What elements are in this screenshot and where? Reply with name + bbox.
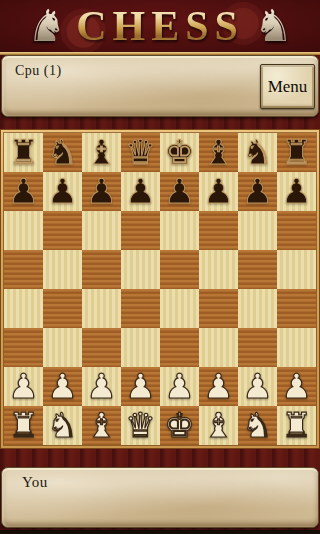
bottom-curtain-background: You (0, 449, 320, 530)
square-h1[interactable]: ♜ (277, 406, 316, 445)
square-d1[interactable]: ♛ (121, 406, 160, 445)
square-f8[interactable]: ♝ (199, 133, 238, 172)
knight-icon-right: ♞ (254, 0, 293, 52)
square-c1[interactable]: ♝ (82, 406, 121, 445)
square-b7[interactable]: ♟ (43, 172, 82, 211)
black-bishop[interactable]: ♝ (86, 133, 116, 172)
chess-board-frame: ♜♞♝♛♚♝♞♜♟♟♟♟♟♟♟♟♟♟♟♟♟♟♟♟♜♞♝♛♚♝♞♜ (0, 129, 320, 449)
square-c7[interactable]: ♟ (82, 172, 121, 211)
opponent-status-bar: Cpu (1) Menu (1, 55, 319, 117)
square-d7[interactable]: ♟ (121, 172, 160, 211)
white-king[interactable]: ♚ (164, 406, 194, 445)
white-pawn[interactable]: ♟ (8, 367, 38, 406)
app-title: CHESS (66, 0, 254, 52)
white-queen[interactable]: ♛ (125, 406, 155, 445)
square-h7[interactable]: ♟ (277, 172, 316, 211)
square-b2[interactable]: ♟ (43, 367, 82, 406)
white-pawn[interactable]: ♟ (125, 367, 155, 406)
square-h4[interactable] (277, 289, 316, 328)
square-g1[interactable]: ♞ (238, 406, 277, 445)
app-header: ♞ CHESS ♞ (0, 0, 320, 52)
top-curtain-background: Cpu (1) Menu (0, 55, 320, 129)
square-a1[interactable]: ♜ (4, 406, 43, 445)
white-bishop[interactable]: ♝ (203, 406, 233, 445)
square-e1[interactable]: ♚ (160, 406, 199, 445)
white-pawn[interactable]: ♟ (164, 367, 194, 406)
white-bishop[interactable]: ♝ (86, 406, 116, 445)
black-pawn[interactable]: ♟ (8, 172, 38, 211)
black-pawn[interactable]: ♟ (281, 172, 311, 211)
black-bishop[interactable]: ♝ (203, 133, 233, 172)
white-knight[interactable]: ♞ (242, 406, 272, 445)
square-d4[interactable] (121, 289, 160, 328)
square-e8[interactable]: ♚ (160, 133, 199, 172)
square-c8[interactable]: ♝ (82, 133, 121, 172)
square-c2[interactable]: ♟ (82, 367, 121, 406)
black-rook[interactable]: ♜ (281, 133, 311, 172)
square-f7[interactable]: ♟ (199, 172, 238, 211)
square-c3[interactable] (82, 328, 121, 367)
square-c5[interactable] (82, 250, 121, 289)
square-a5[interactable] (4, 250, 43, 289)
square-f6[interactable] (199, 211, 238, 250)
square-e3[interactable] (160, 328, 199, 367)
white-pawn[interactable]: ♟ (281, 367, 311, 406)
square-f2[interactable]: ♟ (199, 367, 238, 406)
square-g6[interactable] (238, 211, 277, 250)
square-h3[interactable] (277, 328, 316, 367)
square-h6[interactable] (277, 211, 316, 250)
white-rook[interactable]: ♜ (8, 406, 38, 445)
square-b8[interactable]: ♞ (43, 133, 82, 172)
black-pawn[interactable]: ♟ (47, 172, 77, 211)
square-c4[interactable] (82, 289, 121, 328)
square-f1[interactable]: ♝ (199, 406, 238, 445)
square-g5[interactable] (238, 250, 277, 289)
square-e4[interactable] (160, 289, 199, 328)
square-d2[interactable]: ♟ (121, 367, 160, 406)
white-pawn[interactable]: ♟ (47, 367, 77, 406)
black-knight[interactable]: ♞ (47, 133, 77, 172)
chess-board[interactable]: ♜♞♝♛♚♝♞♜♟♟♟♟♟♟♟♟♟♟♟♟♟♟♟♟♜♞♝♛♚♝♞♜ (4, 133, 316, 445)
square-b4[interactable] (43, 289, 82, 328)
square-g7[interactable]: ♟ (238, 172, 277, 211)
square-h2[interactable]: ♟ (277, 367, 316, 406)
white-knight[interactable]: ♞ (47, 406, 77, 445)
square-e2[interactable]: ♟ (160, 367, 199, 406)
square-f5[interactable] (199, 250, 238, 289)
black-pawn[interactable]: ♟ (164, 172, 194, 211)
player-name-label: You (22, 474, 48, 491)
black-pawn[interactable]: ♟ (203, 172, 233, 211)
square-e7[interactable]: ♟ (160, 172, 199, 211)
square-e6[interactable] (160, 211, 199, 250)
square-e5[interactable] (160, 250, 199, 289)
player-status-bar: You (1, 467, 319, 528)
opponent-name-label: Cpu (1) (15, 63, 62, 79)
white-pawn[interactable]: ♟ (203, 367, 233, 406)
square-a2[interactable]: ♟ (4, 367, 43, 406)
black-king[interactable]: ♚ (164, 133, 194, 172)
square-d6[interactable] (121, 211, 160, 250)
square-g2[interactable]: ♟ (238, 367, 277, 406)
square-d5[interactable] (121, 250, 160, 289)
black-rook[interactable]: ♜ (8, 133, 38, 172)
square-a8[interactable]: ♜ (4, 133, 43, 172)
square-b6[interactable] (43, 211, 82, 250)
square-g4[interactable] (238, 289, 277, 328)
square-a4[interactable] (4, 289, 43, 328)
white-pawn[interactable]: ♟ (242, 367, 272, 406)
white-pawn[interactable]: ♟ (86, 367, 116, 406)
square-d3[interactable] (121, 328, 160, 367)
square-g3[interactable] (238, 328, 277, 367)
black-pawn[interactable]: ♟ (125, 172, 155, 211)
square-f3[interactable] (199, 328, 238, 367)
square-b1[interactable]: ♞ (43, 406, 82, 445)
square-f4[interactable] (199, 289, 238, 328)
square-h5[interactable] (277, 250, 316, 289)
square-d8[interactable]: ♛ (121, 133, 160, 172)
black-queen[interactable]: ♛ (125, 133, 155, 172)
knight-icon-left: ♞ (27, 0, 66, 52)
square-a7[interactable]: ♟ (4, 172, 43, 211)
black-pawn[interactable]: ♟ (242, 172, 272, 211)
black-knight[interactable]: ♞ (242, 133, 272, 172)
square-h8[interactable]: ♜ (277, 133, 316, 172)
bottom-strip (0, 530, 320, 534)
square-c6[interactable] (82, 211, 121, 250)
square-b3[interactable] (43, 328, 82, 367)
black-pawn[interactable]: ♟ (86, 172, 116, 211)
square-b5[interactable] (43, 250, 82, 289)
square-a6[interactable] (4, 211, 43, 250)
menu-button[interactable]: Menu (260, 64, 315, 109)
white-rook[interactable]: ♜ (281, 406, 311, 445)
square-g8[interactable]: ♞ (238, 133, 277, 172)
square-a3[interactable] (4, 328, 43, 367)
